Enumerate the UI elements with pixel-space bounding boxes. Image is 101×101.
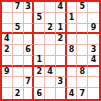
cell-r6c8[interactable] xyxy=(77,56,88,67)
cell-r6c5[interactable] xyxy=(45,56,56,67)
given-digit-r5c7[interactable]: 8 xyxy=(67,45,78,56)
cell-r4c3[interactable] xyxy=(24,34,35,45)
cell-r6c6[interactable] xyxy=(56,56,67,67)
cell-r4c5[interactable] xyxy=(45,34,56,45)
cell-r8c4[interactable] xyxy=(34,77,45,88)
cell-r8c5[interactable] xyxy=(45,77,56,88)
cell-r9c9[interactable] xyxy=(88,88,99,99)
given-digit-r2c7[interactable]: 1 xyxy=(67,13,78,24)
cell-r9c6[interactable] xyxy=(56,88,67,99)
given-digit-r5c1[interactable]: 2 xyxy=(2,45,13,56)
given-digit-r9c7[interactable]: 4 xyxy=(67,88,78,99)
given-digit-r3c6[interactable]: 1 xyxy=(56,24,67,35)
cell-r1c4[interactable] xyxy=(34,2,45,13)
cell-r2c2[interactable] xyxy=(13,13,24,24)
given-digit-r7c5[interactable]: 4 xyxy=(45,67,56,78)
cell-r3c4[interactable] xyxy=(34,24,45,35)
given-digit-r8c3[interactable]: 7 xyxy=(24,77,35,88)
sudoku-board: 7345515219422683149248732647 xyxy=(0,0,101,101)
cell-r9c5[interactable] xyxy=(45,88,56,99)
cell-r2c8[interactable] xyxy=(77,13,88,24)
given-digit-r3c9[interactable]: 9 xyxy=(88,24,99,35)
given-digit-r3c2[interactable]: 5 xyxy=(13,24,24,35)
given-digit-r1c3[interactable]: 3 xyxy=(24,2,35,13)
given-digit-r7c8[interactable]: 8 xyxy=(77,67,88,78)
cell-r6c2[interactable] xyxy=(13,56,24,67)
cell-r5c2[interactable] xyxy=(13,45,24,56)
cell-r6c3[interactable] xyxy=(24,56,35,67)
cell-r3c1[interactable] xyxy=(2,24,13,35)
cell-r7c9[interactable] xyxy=(88,67,99,78)
cell-r3c8[interactable] xyxy=(77,24,88,35)
cell-r8c8[interactable] xyxy=(77,77,88,88)
given-digit-r6c9[interactable]: 4 xyxy=(88,56,99,67)
given-digit-r9c8[interactable]: 7 xyxy=(77,88,88,99)
given-digit-r7c1[interactable]: 9 xyxy=(2,67,13,78)
given-digit-r7c4[interactable]: 2 xyxy=(34,67,45,78)
cell-r1c9[interactable] xyxy=(88,2,99,13)
cell-r5c4[interactable] xyxy=(34,45,45,56)
cell-r7c7[interactable] xyxy=(67,67,78,78)
cell-r7c6[interactable] xyxy=(56,67,67,78)
cell-r6c1[interactable] xyxy=(2,56,13,67)
cell-r5c5[interactable] xyxy=(45,45,56,56)
cell-r4c2[interactable] xyxy=(13,34,24,45)
given-digit-r8c6[interactable]: 3 xyxy=(56,77,67,88)
cell-r4c8[interactable] xyxy=(77,34,88,45)
cell-r3c7[interactable] xyxy=(67,24,78,35)
given-digit-r9c4[interactable]: 6 xyxy=(34,88,45,99)
cell-r4c4[interactable] xyxy=(34,34,45,45)
given-digit-r4c1[interactable]: 4 xyxy=(2,34,13,45)
given-digit-r1c6[interactable]: 4 xyxy=(56,2,67,13)
given-digit-r9c2[interactable]: 2 xyxy=(13,88,24,99)
cell-r5c6[interactable] xyxy=(56,45,67,56)
cell-r6c7[interactable] xyxy=(67,56,78,67)
given-digit-r5c3[interactable]: 6 xyxy=(24,45,35,56)
cell-r5c8[interactable] xyxy=(77,45,88,56)
given-digit-r3c5[interactable]: 2 xyxy=(45,24,56,35)
cell-r2c6[interactable] xyxy=(56,13,67,24)
cell-r9c1[interactable] xyxy=(2,88,13,99)
cell-r2c3[interactable] xyxy=(24,13,35,24)
cell-r2c5[interactable] xyxy=(45,13,56,24)
sudoku-puzzle: 7345515219422683149248732647 xyxy=(0,0,101,101)
cell-r7c2[interactable] xyxy=(13,67,24,78)
given-digit-r5c9[interactable]: 3 xyxy=(88,45,99,56)
given-digit-r6c4[interactable]: 1 xyxy=(34,56,45,67)
cell-r8c9[interactable] xyxy=(88,77,99,88)
cell-r8c2[interactable] xyxy=(13,77,24,88)
cell-r1c1[interactable] xyxy=(2,2,13,13)
cell-r7c3[interactable] xyxy=(24,67,35,78)
cell-r8c1[interactable] xyxy=(2,77,13,88)
cell-r1c7[interactable] xyxy=(67,2,78,13)
cell-r9c3[interactable] xyxy=(24,88,35,99)
given-digit-r1c8[interactable]: 5 xyxy=(77,2,88,13)
cell-r4c7[interactable] xyxy=(67,34,78,45)
given-digit-r1c2[interactable]: 7 xyxy=(13,2,24,13)
cell-r1c5[interactable] xyxy=(45,2,56,13)
given-digit-r2c4[interactable]: 5 xyxy=(34,13,45,24)
cell-r8c7[interactable] xyxy=(67,77,78,88)
cell-r3c3[interactable] xyxy=(24,24,35,35)
given-digit-r4c6[interactable]: 2 xyxy=(56,34,67,45)
cell-r2c9[interactable] xyxy=(88,13,99,24)
cell-r2c1[interactable] xyxy=(2,13,13,24)
cell-r4c9[interactable] xyxy=(88,34,99,45)
